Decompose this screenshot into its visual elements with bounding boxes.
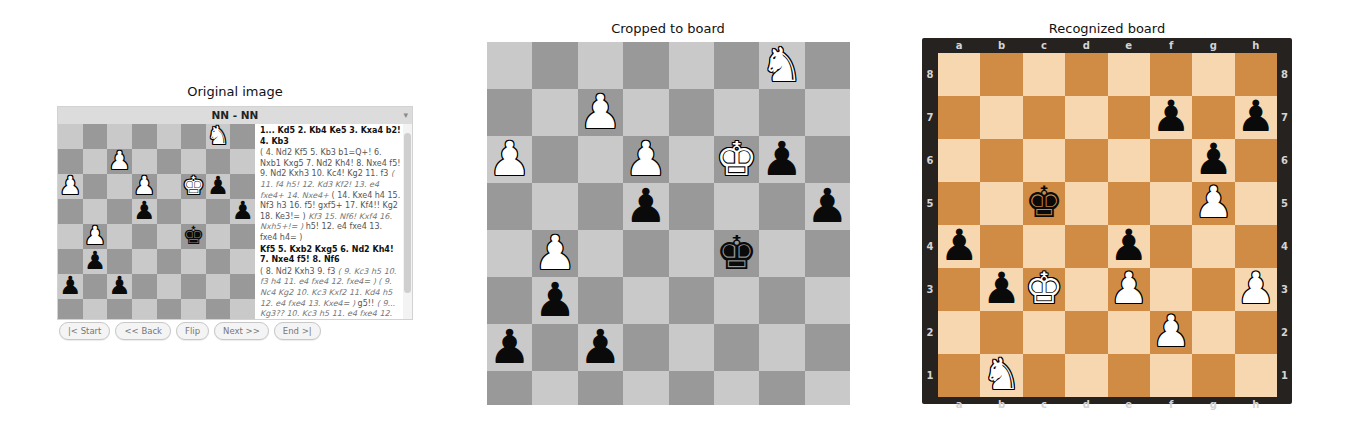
square [714, 324, 759, 371]
square [132, 274, 157, 299]
square [532, 324, 577, 371]
square [1235, 53, 1277, 96]
rank-label: 2 [922, 311, 938, 354]
white-pawn: ♟ [1152, 310, 1191, 353]
black-pawn: ♟ [84, 248, 106, 273]
move-block: ( 4. Nd2 Kf5 5. Kb3 b1=Q+! 6. Nxb1 Kxg5 … [260, 148, 401, 243]
square [623, 230, 668, 277]
square: ♚ [1023, 182, 1065, 225]
square: ♟ [1150, 311, 1192, 354]
square [1108, 53, 1150, 96]
square [623, 277, 668, 324]
square [759, 230, 804, 277]
square [1065, 354, 1107, 397]
square: ♟ [805, 183, 850, 230]
file-label: c [1023, 397, 1065, 412]
rank-label: 5 [922, 182, 938, 225]
square [714, 42, 759, 89]
square: ♟ [107, 274, 132, 299]
square [58, 224, 83, 249]
square [1150, 139, 1192, 182]
black-pawn: ♟ [806, 182, 848, 229]
file-label: h [1235, 38, 1277, 53]
square [107, 299, 132, 319]
white-pawn: ♟ [625, 135, 667, 182]
square [206, 274, 231, 299]
black-pawn: ♟ [1194, 138, 1233, 181]
file-label: b [980, 38, 1022, 53]
file-label: e [1108, 38, 1150, 53]
black-pawn: ♟ [231, 198, 253, 223]
square [532, 42, 577, 89]
square: ♟ [938, 225, 980, 268]
square [487, 371, 532, 405]
square: ♟ [532, 277, 577, 324]
square [1065, 225, 1107, 268]
white-knight: ♞ [207, 123, 229, 148]
recognized-board-frame: abcdefgh 87654321 ♟♟♟♚♟♟♟♟♚♟♟♟♞ 87654321… [922, 38, 1292, 404]
move-block: Kf5 5. Kxb2 Kxg5 6. Nd2 Kh4! 7. Nxe4 f5!… [260, 245, 401, 266]
square [83, 124, 108, 149]
square [623, 324, 668, 371]
rank-labels-left: 87654321 [922, 53, 938, 397]
square [805, 136, 850, 183]
scrollbar-thumb[interactable] [404, 133, 411, 293]
black-pawn: ♟ [1237, 95, 1276, 138]
square [132, 299, 157, 319]
square [157, 274, 182, 299]
square [623, 371, 668, 405]
square [181, 299, 206, 319]
square [805, 89, 850, 136]
white-pawn: ♟ [1237, 267, 1276, 310]
square [980, 225, 1022, 268]
square [230, 224, 255, 249]
square [980, 139, 1022, 182]
square: ♞ [206, 124, 231, 149]
square [1108, 311, 1150, 354]
square [578, 183, 623, 230]
mainline-moves[interactable]: 1... Kd5 2. Kb4 Ke5 3. Kxa4 b2! 4. Kb3 [260, 126, 401, 146]
game-title: NN - NN [212, 109, 259, 121]
pgn-viewer: NN - NN ▾ ♞♟♟♟♚♟♟♟♟♚♟♟♟ 1... Kd5 2. Kb4 … [57, 106, 413, 320]
black-pawn: ♟ [1152, 95, 1191, 138]
square [578, 42, 623, 89]
square [230, 274, 255, 299]
square [1108, 96, 1150, 139]
black-pawn: ♟ [534, 276, 576, 323]
square [669, 183, 714, 230]
white-pawn: ♟ [579, 88, 621, 135]
square [578, 277, 623, 324]
white-pawn: ♟ [1109, 267, 1148, 310]
square [181, 249, 206, 274]
file-label: e [1108, 397, 1150, 412]
game-title-bar: NN - NN ▾ [58, 107, 412, 124]
square [578, 136, 623, 183]
square [157, 199, 182, 224]
move-block: ( 8. Nd2 Kxh3 9. f3 ( 9. Kc3 h5 10. f3 h… [260, 267, 401, 319]
square [938, 96, 980, 139]
square [532, 371, 577, 405]
square [1023, 96, 1065, 139]
variation-moves[interactable]: g5!! [358, 299, 377, 308]
square: ♟ [1108, 268, 1150, 311]
white-pawn: ♟ [489, 135, 531, 182]
navigation-buttons: |< Start<< BackFlipNext >>End >| [59, 322, 321, 340]
square [938, 354, 980, 397]
square [980, 96, 1022, 139]
mainline-moves[interactable]: Kf5 5. Kxb2 Kxg5 6. Nd2 Kh4! 7. Nxe4 f5!… [260, 245, 394, 265]
square [181, 124, 206, 149]
square: ♟ [1235, 268, 1277, 311]
square: ♟ [107, 149, 132, 174]
white-pawn: ♟ [534, 229, 576, 276]
square [206, 249, 231, 274]
file-label: d [1065, 38, 1107, 53]
rank-label: 6 [1277, 139, 1292, 182]
end-button[interactable]: End >| [274, 322, 321, 340]
square [1150, 53, 1192, 96]
square [1023, 139, 1065, 182]
panel-title-recognized: Recognized board [977, 21, 1237, 36]
square: ♟ [578, 89, 623, 136]
move-list: 1... Kd5 2. Kb4 Ke5 3. Kxa4 b2! 4. Kb3( … [255, 124, 403, 319]
square [1023, 354, 1065, 397]
square [230, 249, 255, 274]
square [669, 324, 714, 371]
square [157, 224, 182, 249]
square [230, 299, 255, 319]
move-block: 1... Kd5 2. Kb4 Ke5 3. Kxa4 b2! 4. Kb3 [260, 126, 401, 147]
square [805, 324, 850, 371]
start-button[interactable]: |< Start [59, 322, 110, 340]
cropped-chess-board: ♞♟♟♟♚♟♟♟♟♚♟♟♟ [487, 42, 850, 405]
square [157, 299, 182, 319]
square: ♟ [623, 183, 668, 230]
square: ♟ [230, 199, 255, 224]
file-label: g [1192, 397, 1234, 412]
square [58, 199, 83, 224]
square [578, 230, 623, 277]
white-king: ♚ [715, 135, 757, 182]
square [1023, 311, 1065, 354]
white-pawn: ♟ [84, 223, 106, 248]
square [206, 199, 231, 224]
square [1065, 96, 1107, 139]
viewer-chess-board: ♞♟♟♟♚♟♟♟♟♚♟♟♟ [58, 124, 255, 319]
square: ♟ [132, 199, 157, 224]
file-label: b [980, 397, 1022, 412]
rank-label: 4 [1277, 225, 1292, 268]
square [1192, 53, 1234, 96]
square [157, 124, 182, 149]
square [1192, 225, 1234, 268]
square [83, 149, 108, 174]
file-label: c [1023, 38, 1065, 53]
square [157, 149, 182, 174]
square [487, 183, 532, 230]
square [1235, 182, 1277, 225]
file-label: a [938, 38, 980, 53]
square [157, 174, 182, 199]
square [1235, 311, 1277, 354]
rank-label: 7 [922, 96, 938, 139]
square: ♟ [623, 136, 668, 183]
rank-label: 8 [922, 53, 938, 96]
square [1150, 354, 1192, 397]
rank-label: 2 [1277, 311, 1292, 354]
square [83, 299, 108, 319]
square: ♟ [58, 174, 83, 199]
square [1023, 225, 1065, 268]
square: ♞ [759, 42, 804, 89]
white-pawn: ♟ [108, 148, 130, 173]
square [1192, 96, 1234, 139]
square [1065, 311, 1107, 354]
rank-labels-right: 87654321 [1277, 53, 1292, 397]
square [230, 124, 255, 149]
square [1235, 354, 1277, 397]
square [206, 224, 231, 249]
square: ♟ [578, 324, 623, 371]
square: ♟ [206, 174, 231, 199]
square: ♟ [1192, 182, 1234, 225]
square [532, 89, 577, 136]
rank-label: 4 [922, 225, 938, 268]
square [623, 89, 668, 136]
square [759, 324, 804, 371]
rank-label: 7 [1277, 96, 1292, 139]
white-knight: ♞ [761, 41, 803, 88]
square: ♟ [58, 274, 83, 299]
variation-moves[interactable]: ( 8. Nd2 Kxh3 9. f3 [260, 267, 338, 276]
square [669, 89, 714, 136]
square [714, 183, 759, 230]
black-pawn: ♟ [489, 323, 531, 370]
white-pawn: ♟ [59, 173, 81, 198]
black-pawn: ♟ [207, 173, 229, 198]
square: ♟ [1108, 225, 1150, 268]
square: ♟ [487, 324, 532, 371]
black-king: ♚ [182, 223, 204, 248]
black-king: ♚ [715, 229, 757, 276]
black-pawn: ♟ [761, 135, 803, 182]
square: ♟ [759, 136, 804, 183]
file-labels-top: abcdefgh [938, 38, 1277, 53]
black-pawn: ♟ [625, 182, 667, 229]
square [669, 42, 714, 89]
file-label: f [1150, 397, 1192, 412]
black-pawn: ♟ [1109, 224, 1148, 267]
square [487, 230, 532, 277]
square [487, 42, 532, 89]
file-label: f [1150, 38, 1192, 53]
square [938, 53, 980, 96]
square [1235, 139, 1277, 182]
rank-label: 1 [1277, 354, 1292, 397]
square [1023, 53, 1065, 96]
square [1108, 139, 1150, 182]
square [578, 371, 623, 405]
square: ♟ [532, 230, 577, 277]
black-pawn: ♟ [59, 273, 81, 298]
square: ♟ [1235, 96, 1277, 139]
back-button[interactable]: << Back [115, 322, 171, 340]
square [1192, 268, 1234, 311]
square [1150, 182, 1192, 225]
square [230, 149, 255, 174]
square [132, 224, 157, 249]
square [1150, 225, 1192, 268]
square [669, 136, 714, 183]
square: ♟ [1192, 139, 1234, 182]
rank-label: 1 [922, 354, 938, 397]
square: ♚ [714, 230, 759, 277]
square [132, 124, 157, 149]
square: ♚ [1023, 268, 1065, 311]
square [938, 311, 980, 354]
square [487, 277, 532, 324]
square [759, 277, 804, 324]
square [157, 249, 182, 274]
square [938, 268, 980, 311]
square [980, 53, 1022, 96]
square: ♟ [83, 249, 108, 274]
square [1065, 268, 1107, 311]
square [83, 174, 108, 199]
move-list-scrollbar[interactable] [403, 124, 412, 319]
square [1192, 311, 1234, 354]
rank-label: 6 [922, 139, 938, 182]
file-label: a [938, 397, 980, 412]
square [623, 42, 668, 89]
black-pawn: ♟ [982, 267, 1021, 310]
square [714, 277, 759, 324]
file-label: h [1235, 397, 1277, 412]
next-button[interactable]: Next >> [214, 322, 269, 340]
chevron-down-icon[interactable]: ▾ [403, 107, 408, 124]
recognized-chess-board: ♟♟♟♚♟♟♟♟♚♟♟♟♞ [938, 53, 1277, 397]
square [487, 89, 532, 136]
viewer-body: ♞♟♟♟♚♟♟♟♟♚♟♟♟ 1... Kd5 2. Kb4 Ke5 3. Kxa… [58, 124, 412, 319]
square [805, 277, 850, 324]
square: ♟ [1150, 96, 1192, 139]
square [669, 230, 714, 277]
black-pawn: ♟ [579, 323, 621, 370]
rank-label: 5 [1277, 182, 1292, 225]
square [938, 139, 980, 182]
square [532, 136, 577, 183]
square: ♚ [181, 224, 206, 249]
square [805, 42, 850, 89]
square [980, 182, 1022, 225]
white-king: ♚ [182, 173, 204, 198]
white-knight: ♞ [982, 353, 1021, 396]
square [107, 224, 132, 249]
white-pawn: ♟ [133, 173, 155, 198]
square: ♚ [714, 136, 759, 183]
square [532, 183, 577, 230]
white-king: ♚ [1025, 267, 1064, 310]
square [107, 174, 132, 199]
rank-label: 8 [1277, 53, 1292, 96]
white-pawn: ♟ [1194, 181, 1233, 224]
file-labels-bottom: abcdefgh [938, 397, 1277, 412]
rank-label: 3 [922, 268, 938, 311]
rank-label: 3 [1277, 268, 1292, 311]
square [1065, 53, 1107, 96]
flip-button[interactable]: Flip [176, 322, 209, 340]
variation-moves[interactable]: ( 4. Nd2 Kf5 5. Kb3 b1=Q+! 6. Nxb1 Kxg5 … [260, 148, 400, 178]
square [759, 183, 804, 230]
square [1065, 182, 1107, 225]
square [181, 274, 206, 299]
square [58, 299, 83, 319]
square [980, 311, 1022, 354]
square [1108, 354, 1150, 397]
square [1192, 354, 1234, 397]
square [58, 124, 83, 149]
black-pawn: ♟ [133, 198, 155, 223]
square [714, 89, 759, 136]
panel-title-original: Original image [135, 84, 335, 99]
black-pawn: ♟ [108, 273, 130, 298]
black-pawn: ♟ [940, 224, 979, 267]
square [805, 371, 850, 405]
black-king: ♚ [1025, 181, 1064, 224]
square: ♟ [487, 136, 532, 183]
file-label: d [1065, 397, 1107, 412]
square [759, 89, 804, 136]
square [714, 371, 759, 405]
square [759, 371, 804, 405]
file-label: g [1192, 38, 1234, 53]
square [1108, 182, 1150, 225]
square [669, 371, 714, 405]
square [132, 249, 157, 274]
square [1235, 225, 1277, 268]
square [107, 199, 132, 224]
square [938, 182, 980, 225]
square [83, 274, 108, 299]
panel-title-cropped: Cropped to board [538, 21, 798, 36]
square [805, 230, 850, 277]
square [1065, 139, 1107, 182]
square [669, 277, 714, 324]
square: ♞ [980, 354, 1022, 397]
square: ♟ [980, 268, 1022, 311]
square [206, 299, 231, 319]
square: ♚ [181, 174, 206, 199]
square [1150, 268, 1192, 311]
